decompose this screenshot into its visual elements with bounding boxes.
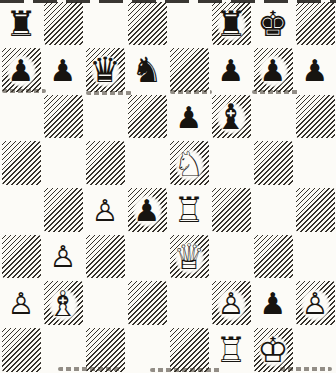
dark-square-hatch <box>254 235 293 279</box>
square-b5[interactable] <box>42 140 84 187</box>
chess-board: ♜♜♚♟♟♛♞♟♟♟♟♝♘♙♟♖♙♕♙♗♙♟♙♖♔ <box>0 0 336 373</box>
piece-halo: ♟ <box>129 189 166 230</box>
piece-halo: ♝ <box>213 96 250 137</box>
black-pawn-e6: ♟ <box>176 103 203 133</box>
dark-square-hatch <box>170 48 209 92</box>
dark-square-hatch <box>44 95 83 139</box>
piece-halo: ♞ <box>129 49 166 90</box>
dark-square-hatch <box>254 141 293 185</box>
square-e2[interactable] <box>168 280 210 327</box>
print-artifact <box>252 90 300 94</box>
piece-halo: ♙ <box>297 283 334 324</box>
dark-square-hatch <box>128 95 167 139</box>
piece-halo: ♙ <box>3 283 40 324</box>
square-a4[interactable] <box>0 187 42 234</box>
piece-halo: ♜ <box>213 3 250 44</box>
square-e5[interactable]: ♘ <box>168 140 210 187</box>
square-d1[interactable] <box>126 326 168 373</box>
square-e8[interactable] <box>168 0 210 47</box>
piece-halo: ♕ <box>171 236 208 277</box>
square-c2[interactable] <box>84 280 126 327</box>
square-c3[interactable] <box>84 233 126 280</box>
black-bishop-f6: ♝ <box>215 100 246 135</box>
square-h6[interactable] <box>294 93 336 140</box>
dark-square-hatch <box>86 235 125 279</box>
piece-halo: ♟ <box>171 96 208 137</box>
square-a3[interactable] <box>0 233 42 280</box>
square-h8[interactable] <box>294 0 336 47</box>
print-artifact <box>2 89 46 93</box>
chess-diagram-page: ♜♜♚♟♟♛♞♟♟♟♟♝♘♙♟♖♙♕♙♗♙♟♙♖♔ <box>0 0 336 373</box>
dark-square-hatch <box>44 188 83 232</box>
square-d4[interactable]: ♟ <box>126 187 168 234</box>
square-e7[interactable] <box>168 47 210 94</box>
dark-square-hatch <box>212 188 251 232</box>
square-a7[interactable]: ♟ <box>0 47 42 94</box>
square-f8[interactable]: ♜ <box>210 0 252 47</box>
square-g7[interactable]: ♟ <box>252 47 294 94</box>
dark-square-hatch <box>128 281 167 325</box>
square-d6[interactable] <box>126 93 168 140</box>
black-queen-c7: ♛ <box>89 53 120 88</box>
square-a6[interactable] <box>0 93 42 140</box>
white-pawn-b3: ♙ <box>50 242 77 272</box>
square-b8[interactable] <box>42 0 84 47</box>
black-pawn-d4: ♟ <box>134 196 161 226</box>
dark-square-hatch <box>296 188 335 232</box>
square-f3[interactable] <box>210 233 252 280</box>
print-artifact <box>170 90 212 94</box>
square-g4[interactable] <box>252 187 294 234</box>
piece-halo: ♖ <box>171 189 208 230</box>
square-g6[interactable] <box>252 93 294 140</box>
square-e3[interactable]: ♕ <box>168 233 210 280</box>
piece-halo: ♘ <box>171 143 208 184</box>
square-b6[interactable] <box>42 93 84 140</box>
black-pawn-b7: ♟ <box>50 56 77 86</box>
square-c7[interactable]: ♛ <box>84 47 126 94</box>
dark-square-hatch <box>170 328 209 372</box>
square-h5[interactable] <box>294 140 336 187</box>
dark-square-hatch <box>86 141 125 185</box>
square-c4[interactable]: ♙ <box>84 187 126 234</box>
white-king-g1: ♔ <box>257 333 288 368</box>
square-g8[interactable]: ♚ <box>252 0 294 47</box>
dark-square-hatch <box>128 2 167 46</box>
black-pawn-h7: ♟ <box>302 56 329 86</box>
dark-square-hatch <box>44 2 83 46</box>
square-g5[interactable] <box>252 140 294 187</box>
white-pawn-f2: ♙ <box>218 289 245 319</box>
square-d8[interactable] <box>126 0 168 47</box>
black-rook-a8: ♜ <box>5 7 36 42</box>
dark-square-hatch <box>296 95 335 139</box>
dark-square-hatch <box>296 2 335 46</box>
square-b3[interactable]: ♙ <box>42 233 84 280</box>
piece-halo: ♙ <box>213 283 250 324</box>
dark-square-hatch <box>2 328 41 372</box>
square-a8[interactable]: ♜ <box>0 0 42 47</box>
black-pawn-a7: ♟ <box>8 56 35 86</box>
dark-square-hatch <box>86 328 125 372</box>
white-knight-e5: ♘ <box>173 147 204 182</box>
square-f4[interactable] <box>210 187 252 234</box>
square-b1[interactable] <box>42 326 84 373</box>
piece-halo: ♙ <box>87 189 124 230</box>
piece-halo: ♟ <box>3 49 40 90</box>
square-g3[interactable] <box>252 233 294 280</box>
square-f7[interactable]: ♟ <box>210 47 252 94</box>
piece-halo: ♟ <box>255 283 292 324</box>
square-b7[interactable]: ♟ <box>42 47 84 94</box>
piece-halo: ♚ <box>255 3 292 44</box>
square-f1[interactable]: ♖ <box>210 326 252 373</box>
square-d2[interactable] <box>126 280 168 327</box>
square-h4[interactable] <box>294 187 336 234</box>
piece-halo: ♟ <box>255 49 292 90</box>
piece-halo: ♔ <box>255 329 292 370</box>
print-border-top <box>0 0 336 3</box>
piece-halo: ♗ <box>45 283 82 324</box>
square-g1[interactable]: ♔ <box>252 326 294 373</box>
black-knight-d7: ♞ <box>131 53 162 88</box>
white-queen-e3: ♕ <box>173 240 204 275</box>
piece-halo: ♟ <box>213 49 250 90</box>
dark-square-hatch <box>2 141 41 185</box>
square-h3[interactable] <box>294 233 336 280</box>
piece-halo: ♛ <box>87 49 124 90</box>
piece-halo: ♜ <box>3 3 40 44</box>
square-b4[interactable] <box>42 187 84 234</box>
dark-square-hatch <box>2 235 41 279</box>
square-h7[interactable]: ♟ <box>294 47 336 94</box>
square-b2[interactable]: ♗ <box>42 280 84 327</box>
white-pawn-h2: ♙ <box>302 289 329 319</box>
square-a1[interactable] <box>0 326 42 373</box>
piece-halo: ♙ <box>45 236 82 277</box>
black-pawn-g2: ♟ <box>260 289 287 319</box>
square-c8[interactable] <box>84 0 126 47</box>
square-e4[interactable]: ♖ <box>168 187 210 234</box>
square-e6[interactable]: ♟ <box>168 93 210 140</box>
black-pawn-f7: ♟ <box>218 56 245 86</box>
print-artifact <box>150 368 222 372</box>
white-rook-e4: ♖ <box>173 193 204 228</box>
square-d7[interactable]: ♞ <box>126 47 168 94</box>
square-f6[interactable]: ♝ <box>210 93 252 140</box>
piece-halo: ♟ <box>45 49 82 90</box>
square-c1[interactable] <box>84 326 126 373</box>
square-e1[interactable] <box>168 326 210 373</box>
square-d3[interactable] <box>126 233 168 280</box>
print-artifact <box>58 367 120 371</box>
square-g2[interactable]: ♟ <box>252 280 294 327</box>
square-a2[interactable]: ♙ <box>0 280 42 327</box>
piece-halo: ♖ <box>213 329 250 370</box>
black-pawn-g7: ♟ <box>260 56 287 86</box>
white-bishop-b2: ♗ <box>47 287 78 322</box>
white-pawn-c4: ♙ <box>92 196 119 226</box>
square-c5[interactable] <box>84 140 126 187</box>
square-h2[interactable]: ♙ <box>294 280 336 327</box>
square-c6[interactable] <box>84 93 126 140</box>
square-f2[interactable]: ♙ <box>210 280 252 327</box>
white-pawn-a2: ♙ <box>8 289 35 319</box>
piece-halo: ♟ <box>297 49 334 90</box>
square-h1[interactable] <box>294 326 336 373</box>
square-d5[interactable] <box>126 140 168 187</box>
print-artifact <box>280 367 332 371</box>
print-artifact <box>86 91 132 95</box>
black-rook-f8: ♜ <box>215 7 246 42</box>
square-f5[interactable] <box>210 140 252 187</box>
black-king-g8: ♚ <box>257 7 288 42</box>
square-a5[interactable] <box>0 140 42 187</box>
white-rook-f1: ♖ <box>215 333 246 368</box>
